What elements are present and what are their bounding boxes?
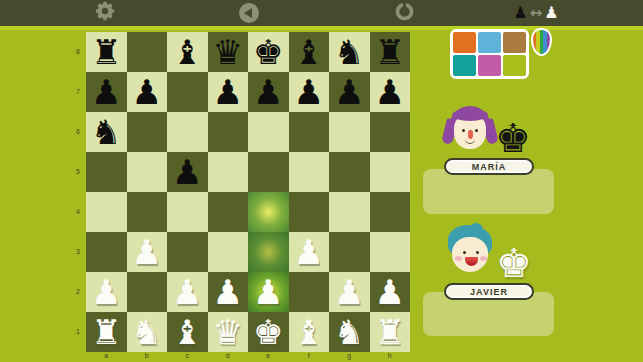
white-knight: ♞ [334, 312, 364, 352]
color-palette [450, 29, 529, 79]
black-knight: ♞ [91, 112, 121, 152]
black-bishop: ♝ [294, 32, 324, 72]
white-pawn: ♟ [334, 272, 364, 312]
color-swatch-0[interactable] [453, 32, 476, 53]
square-b1[interactable]: ♞ [127, 312, 168, 352]
square-g4[interactable] [329, 192, 370, 232]
square-a5[interactable] [86, 152, 127, 192]
white-king-icon: ♚ [496, 241, 532, 285]
square-d6[interactable] [208, 112, 249, 152]
black-king-icon: ♚ [495, 116, 531, 160]
square-f7[interactable]: ♟ [289, 72, 330, 112]
swap-sides-button[interactable]: ♟ ↔ ♟ [510, 2, 562, 24]
settings-button[interactable] [94, 2, 116, 24]
square-b2[interactable] [127, 272, 168, 312]
back-arrow-icon [239, 3, 259, 23]
white-king: ♚ [253, 312, 283, 352]
square-d3[interactable] [208, 232, 249, 272]
white-rook: ♜ [91, 312, 121, 352]
restart-button[interactable] [393, 2, 415, 24]
rank-label-6: 6 [72, 112, 84, 152]
square-a2[interactable]: ♟ [86, 272, 127, 312]
square-c6[interactable] [167, 112, 208, 152]
color-swatch-4[interactable] [478, 55, 501, 76]
square-b6[interactable] [127, 112, 168, 152]
color-swatch-3[interactable] [453, 55, 476, 76]
file-label-d: d [208, 351, 249, 361]
square-b5[interactable] [127, 152, 168, 192]
square-h3[interactable] [370, 232, 411, 272]
square-a6[interactable]: ♞ [86, 112, 127, 152]
white-bishop: ♝ [172, 312, 202, 352]
black-pawn: ♟ [334, 72, 364, 112]
white-bishop: ♝ [294, 312, 324, 352]
white-pawn: ♟ [172, 272, 202, 312]
player-name-javier: JAVIER [444, 283, 534, 300]
black-rook: ♜ [375, 32, 405, 72]
file-label-c: c [167, 351, 208, 361]
square-h6[interactable] [370, 112, 411, 152]
white-pawn-icon: ♟ [544, 3, 558, 23]
black-pawn: ♟ [213, 72, 243, 112]
square-d1[interactable]: ♛ [208, 312, 249, 352]
white-pawn: ♟ [253, 272, 283, 312]
square-h4[interactable] [370, 192, 411, 232]
square-e6[interactable] [248, 112, 289, 152]
square-f8[interactable]: ♝ [289, 32, 330, 72]
captured-pieces-tray-maria [423, 169, 554, 214]
square-f6[interactable] [289, 112, 330, 152]
file-label-h: h [370, 351, 411, 361]
black-pawn-icon: ♟ [513, 3, 527, 23]
square-c8[interactable]: ♝ [167, 32, 208, 72]
rank-label-4: 4 [72, 192, 84, 232]
square-f1[interactable]: ♝ [289, 312, 330, 352]
square-c2[interactable]: ♟ [167, 272, 208, 312]
rank-label-8: 8 [72, 32, 84, 72]
palette-shield-icon[interactable] [531, 28, 552, 56]
square-c5[interactable]: ♟ [167, 152, 208, 192]
white-knight: ♞ [132, 312, 162, 352]
black-bishop: ♝ [172, 32, 202, 72]
file-label-g: g [329, 351, 370, 361]
file-label-a: a [86, 351, 127, 361]
square-e4[interactable] [248, 192, 289, 232]
square-c4[interactable] [167, 192, 208, 232]
square-h8[interactable]: ♜ [370, 32, 411, 72]
square-d4[interactable] [208, 192, 249, 232]
square-g5[interactable] [329, 152, 370, 192]
square-g2[interactable]: ♟ [329, 272, 370, 312]
black-pawn: ♟ [91, 72, 121, 112]
color-swatch-2[interactable] [503, 32, 526, 53]
rank-label-3: 3 [72, 232, 84, 272]
square-e7[interactable]: ♟ [248, 72, 289, 112]
rank-label-5: 5 [72, 152, 84, 192]
square-c1[interactable]: ♝ [167, 312, 208, 352]
square-a1[interactable]: ♜ [86, 312, 127, 352]
swap-arrow-icon: ↔ [530, 3, 543, 23]
square-f3[interactable]: ♟ [289, 232, 330, 272]
black-pawn: ♟ [172, 152, 202, 192]
square-b4[interactable] [127, 192, 168, 232]
square-h2[interactable]: ♟ [370, 272, 411, 312]
back-button[interactable] [238, 2, 260, 24]
rank-labels: 87654321 [72, 32, 84, 352]
black-rook: ♜ [91, 32, 121, 72]
app-window: ♟ ↔ ♟ 87654321 ♜♝♛♚♝♞♜♟♟♟♟♟♟♟♞♟♟♟♟♟♟♟♟♟♜… [0, 0, 643, 362]
square-c3[interactable] [167, 232, 208, 272]
avatar-javier [444, 225, 496, 281]
square-b7[interactable]: ♟ [127, 72, 168, 112]
square-g3[interactable] [329, 232, 370, 272]
restart-icon [394, 1, 415, 26]
avatar-maria [444, 104, 496, 160]
square-e2[interactable]: ♟ [248, 272, 289, 312]
square-f2[interactable] [289, 272, 330, 312]
black-pawn: ♟ [294, 72, 324, 112]
white-queen: ♛ [213, 312, 243, 352]
square-b8[interactable] [127, 32, 168, 72]
square-g6[interactable] [329, 112, 370, 152]
square-e3[interactable] [248, 232, 289, 272]
file-labels: abcdefgh [86, 351, 410, 361]
square-a8[interactable]: ♜ [86, 32, 127, 72]
square-d7[interactable]: ♟ [208, 72, 249, 112]
color-swatch-1[interactable] [478, 32, 501, 53]
square-e1[interactable]: ♚ [248, 312, 289, 352]
square-a4[interactable] [86, 192, 127, 232]
square-e5[interactable] [248, 152, 289, 192]
rank-label-7: 7 [72, 72, 84, 112]
square-a7[interactable]: ♟ [86, 72, 127, 112]
file-label-b: b [127, 351, 168, 361]
player-name-maria: MARÍA [444, 158, 534, 175]
white-pawn: ♟ [294, 232, 324, 272]
file-label-e: e [248, 351, 289, 361]
square-e8[interactable]: ♚ [248, 32, 289, 72]
white-pawn: ♟ [213, 272, 243, 312]
square-h7[interactable]: ♟ [370, 72, 411, 112]
square-f4[interactable] [289, 192, 330, 232]
square-d5[interactable] [208, 152, 249, 192]
chess-board[interactable]: ♜♝♛♚♝♞♜♟♟♟♟♟♟♟♞♟♟♟♟♟♟♟♟♟♜♞♝♛♚♝♞♜ [86, 32, 410, 352]
square-d2[interactable]: ♟ [208, 272, 249, 312]
square-b3[interactable]: ♟ [127, 232, 168, 272]
black-pawn: ♟ [132, 72, 162, 112]
square-g8[interactable]: ♞ [329, 32, 370, 72]
rank-label-1: 1 [72, 312, 84, 352]
rank-label-2: 2 [72, 272, 84, 312]
file-label-f: f [289, 351, 330, 361]
white-pawn: ♟ [375, 272, 405, 312]
white-rook: ♜ [375, 312, 405, 352]
black-pawn: ♟ [375, 72, 405, 112]
square-g7[interactable]: ♟ [329, 72, 370, 112]
white-pawn: ♟ [132, 232, 162, 272]
square-f5[interactable] [289, 152, 330, 192]
color-swatch-5[interactable] [503, 55, 526, 76]
square-c7[interactable] [167, 72, 208, 112]
black-pawn: ♟ [253, 72, 283, 112]
square-g1[interactable]: ♞ [329, 312, 370, 352]
square-d8[interactable]: ♛ [208, 32, 249, 72]
gear-icon [94, 0, 116, 26]
white-pawn: ♟ [91, 272, 121, 312]
black-knight: ♞ [334, 32, 364, 72]
square-h5[interactable] [370, 152, 411, 192]
square-a3[interactable] [86, 232, 127, 272]
black-queen: ♛ [213, 32, 243, 72]
black-king: ♚ [253, 32, 283, 72]
square-h1[interactable]: ♜ [370, 312, 411, 352]
